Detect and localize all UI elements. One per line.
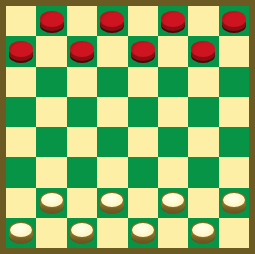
square-r7c2[interactable] xyxy=(36,188,66,218)
square-r7c4[interactable] xyxy=(97,188,127,218)
square-r1c3 xyxy=(67,6,97,36)
white-piece[interactable] xyxy=(161,192,185,213)
square-r8c2 xyxy=(36,218,66,248)
square-r4c7[interactable] xyxy=(188,97,218,127)
square-r8c8 xyxy=(219,218,249,248)
square-r2c7[interactable] xyxy=(188,36,218,66)
square-r4c8 xyxy=(219,97,249,127)
square-r6c8 xyxy=(219,157,249,187)
square-r2c1[interactable] xyxy=(6,36,36,66)
red-piece[interactable] xyxy=(131,41,155,62)
white-piece[interactable] xyxy=(191,222,215,243)
square-r5c6[interactable] xyxy=(158,127,188,157)
square-r4c2 xyxy=(36,97,66,127)
square-r3c3 xyxy=(67,67,97,97)
white-piece[interactable] xyxy=(9,222,33,243)
square-r2c4 xyxy=(97,36,127,66)
red-piece[interactable] xyxy=(9,41,33,62)
square-r6c7[interactable] xyxy=(188,157,218,187)
square-r1c2[interactable] xyxy=(36,6,66,36)
checkers-board-frame xyxy=(0,0,255,254)
square-r3c6[interactable] xyxy=(158,67,188,97)
red-piece[interactable] xyxy=(40,11,64,32)
square-r5c5 xyxy=(128,127,158,157)
square-r7c3 xyxy=(67,188,97,218)
square-r4c4 xyxy=(97,97,127,127)
square-r2c6 xyxy=(158,36,188,66)
square-r1c6[interactable] xyxy=(158,6,188,36)
square-r4c6 xyxy=(158,97,188,127)
checkers-board xyxy=(6,6,249,248)
square-r3c4[interactable] xyxy=(97,67,127,97)
square-r4c3[interactable] xyxy=(67,97,97,127)
square-r4c1[interactable] xyxy=(6,97,36,127)
square-r5c2[interactable] xyxy=(36,127,66,157)
square-r8c1[interactable] xyxy=(6,218,36,248)
square-r5c3 xyxy=(67,127,97,157)
square-r6c2 xyxy=(36,157,66,187)
square-r2c8 xyxy=(219,36,249,66)
red-piece[interactable] xyxy=(191,41,215,62)
white-piece[interactable] xyxy=(131,222,155,243)
square-r7c8[interactable] xyxy=(219,188,249,218)
square-r3c1 xyxy=(6,67,36,97)
red-piece[interactable] xyxy=(100,11,124,32)
square-r1c7 xyxy=(188,6,218,36)
square-r7c7 xyxy=(188,188,218,218)
square-r6c1[interactable] xyxy=(6,157,36,187)
square-r2c2 xyxy=(36,36,66,66)
square-r7c6[interactable] xyxy=(158,188,188,218)
square-r8c7[interactable] xyxy=(188,218,218,248)
red-piece[interactable] xyxy=(70,41,94,62)
square-r5c8[interactable] xyxy=(219,127,249,157)
square-r8c5[interactable] xyxy=(128,218,158,248)
square-r2c3[interactable] xyxy=(67,36,97,66)
square-r8c3[interactable] xyxy=(67,218,97,248)
white-piece[interactable] xyxy=(70,222,94,243)
square-r1c5 xyxy=(128,6,158,36)
white-piece[interactable] xyxy=(222,192,246,213)
square-r6c4 xyxy=(97,157,127,187)
white-piece[interactable] xyxy=(100,192,124,213)
square-r1c8[interactable] xyxy=(219,6,249,36)
square-r2c5[interactable] xyxy=(128,36,158,66)
square-r8c4 xyxy=(97,218,127,248)
square-r7c1 xyxy=(6,188,36,218)
square-r1c1 xyxy=(6,6,36,36)
square-r1c4[interactable] xyxy=(97,6,127,36)
square-r3c8[interactable] xyxy=(219,67,249,97)
square-r3c5 xyxy=(128,67,158,97)
square-r5c1 xyxy=(6,127,36,157)
square-r6c6 xyxy=(158,157,188,187)
square-r3c7 xyxy=(188,67,218,97)
square-r4c5[interactable] xyxy=(128,97,158,127)
square-r8c6 xyxy=(158,218,188,248)
square-r3c2[interactable] xyxy=(36,67,66,97)
red-piece[interactable] xyxy=(222,11,246,32)
white-piece[interactable] xyxy=(40,192,64,213)
square-r6c5[interactable] xyxy=(128,157,158,187)
square-r5c4[interactable] xyxy=(97,127,127,157)
square-r5c7 xyxy=(188,127,218,157)
square-r6c3[interactable] xyxy=(67,157,97,187)
red-piece[interactable] xyxy=(161,11,185,32)
square-r7c5 xyxy=(128,188,158,218)
